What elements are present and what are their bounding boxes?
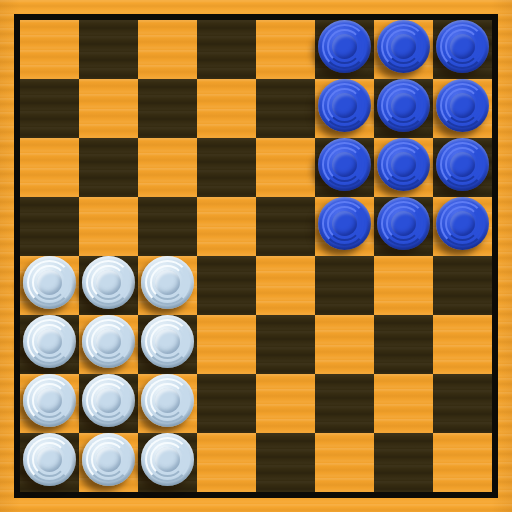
- square-h4[interactable]: [433, 256, 492, 315]
- blue-checker-g8[interactable]: [377, 20, 430, 73]
- square-c2[interactable]: [138, 374, 197, 433]
- square-f2[interactable]: [315, 374, 374, 433]
- square-d4[interactable]: [197, 256, 256, 315]
- square-d6[interactable]: [197, 138, 256, 197]
- square-h2[interactable]: [433, 374, 492, 433]
- blue-checker-h7[interactable]: [436, 79, 489, 132]
- checker-center: [391, 152, 416, 177]
- square-g7[interactable]: [374, 79, 433, 138]
- checker-center: [37, 388, 62, 413]
- checker-center: [450, 211, 475, 236]
- square-b3[interactable]: [79, 315, 138, 374]
- square-h5[interactable]: [433, 197, 492, 256]
- checker-center: [332, 34, 357, 59]
- square-h7[interactable]: [433, 79, 492, 138]
- checker-center: [155, 447, 180, 472]
- game-screen: [0, 0, 512, 512]
- square-b7[interactable]: [79, 79, 138, 138]
- square-d1[interactable]: [197, 433, 256, 492]
- square-b4[interactable]: [79, 256, 138, 315]
- white-checker-a2[interactable]: [23, 374, 76, 427]
- white-checker-b3[interactable]: [82, 315, 135, 368]
- square-f5[interactable]: [315, 197, 374, 256]
- checker-center: [391, 211, 416, 236]
- square-g8[interactable]: [374, 20, 433, 79]
- white-checker-c4[interactable]: [141, 256, 194, 309]
- square-b6[interactable]: [79, 138, 138, 197]
- white-checker-c2[interactable]: [141, 374, 194, 427]
- blue-checker-g5[interactable]: [377, 197, 430, 250]
- white-checker-b1[interactable]: [82, 433, 135, 486]
- square-g3[interactable]: [374, 315, 433, 374]
- square-d3[interactable]: [197, 315, 256, 374]
- square-a8[interactable]: [20, 20, 79, 79]
- square-g2[interactable]: [374, 374, 433, 433]
- checker-center: [155, 388, 180, 413]
- square-b2[interactable]: [79, 374, 138, 433]
- blue-checker-g7[interactable]: [377, 79, 430, 132]
- square-a5[interactable]: [20, 197, 79, 256]
- blue-checker-f6[interactable]: [318, 138, 371, 191]
- blue-checker-h8[interactable]: [436, 20, 489, 73]
- blue-checker-f8[interactable]: [318, 20, 371, 73]
- square-f7[interactable]: [315, 79, 374, 138]
- board: [14, 14, 498, 498]
- checker-center: [391, 93, 416, 118]
- square-g4[interactable]: [374, 256, 433, 315]
- square-f1[interactable]: [315, 433, 374, 492]
- checker-center: [37, 329, 62, 354]
- square-d5[interactable]: [197, 197, 256, 256]
- blue-checker-f5[interactable]: [318, 197, 371, 250]
- checker-center: [450, 34, 475, 59]
- square-c4[interactable]: [138, 256, 197, 315]
- square-a6[interactable]: [20, 138, 79, 197]
- square-c3[interactable]: [138, 315, 197, 374]
- square-h8[interactable]: [433, 20, 492, 79]
- checker-center: [155, 270, 180, 295]
- square-a7[interactable]: [20, 79, 79, 138]
- square-c7[interactable]: [138, 79, 197, 138]
- blue-checker-f7[interactable]: [318, 79, 371, 132]
- square-b8[interactable]: [79, 20, 138, 79]
- square-e4[interactable]: [256, 256, 315, 315]
- blue-checker-h6[interactable]: [436, 138, 489, 191]
- checker-center: [332, 211, 357, 236]
- checker-center: [96, 329, 121, 354]
- checker-center: [96, 388, 121, 413]
- checker-center: [37, 270, 62, 295]
- checker-center: [332, 93, 357, 118]
- square-d7[interactable]: [197, 79, 256, 138]
- square-g1[interactable]: [374, 433, 433, 492]
- white-checker-a1[interactable]: [23, 433, 76, 486]
- checker-center: [450, 152, 475, 177]
- white-checker-c1[interactable]: [141, 433, 194, 486]
- checker-center: [450, 93, 475, 118]
- square-a4[interactable]: [20, 256, 79, 315]
- square-c6[interactable]: [138, 138, 197, 197]
- square-f6[interactable]: [315, 138, 374, 197]
- square-g5[interactable]: [374, 197, 433, 256]
- square-f3[interactable]: [315, 315, 374, 374]
- square-f4[interactable]: [315, 256, 374, 315]
- square-h3[interactable]: [433, 315, 492, 374]
- square-f8[interactable]: [315, 20, 374, 79]
- checker-center: [391, 34, 416, 59]
- square-e8[interactable]: [256, 20, 315, 79]
- square-a3[interactable]: [20, 315, 79, 374]
- square-c1[interactable]: [138, 433, 197, 492]
- square-g6[interactable]: [374, 138, 433, 197]
- square-e3[interactable]: [256, 315, 315, 374]
- checker-center: [332, 152, 357, 177]
- square-d2[interactable]: [197, 374, 256, 433]
- square-e1[interactable]: [256, 433, 315, 492]
- checker-center: [37, 447, 62, 472]
- checker-center: [155, 329, 180, 354]
- square-h1[interactable]: [433, 433, 492, 492]
- white-checker-b4[interactable]: [82, 256, 135, 309]
- square-e6[interactable]: [256, 138, 315, 197]
- square-a1[interactable]: [20, 433, 79, 492]
- white-checker-c3[interactable]: [141, 315, 194, 368]
- square-c8[interactable]: [138, 20, 197, 79]
- square-a2[interactable]: [20, 374, 79, 433]
- blue-checker-g6[interactable]: [377, 138, 430, 191]
- square-b1[interactable]: [79, 433, 138, 492]
- white-checker-a3[interactable]: [23, 315, 76, 368]
- blue-checker-h5[interactable]: [436, 197, 489, 250]
- white-checker-a4[interactable]: [23, 256, 76, 309]
- checker-center: [96, 447, 121, 472]
- square-h6[interactable]: [433, 138, 492, 197]
- square-e2[interactable]: [256, 374, 315, 433]
- square-c5[interactable]: [138, 197, 197, 256]
- white-checker-b2[interactable]: [82, 374, 135, 427]
- checker-center: [96, 270, 121, 295]
- square-b5[interactable]: [79, 197, 138, 256]
- square-e7[interactable]: [256, 79, 315, 138]
- square-e5[interactable]: [256, 197, 315, 256]
- board-frame: [0, 0, 512, 512]
- square-d8[interactable]: [197, 20, 256, 79]
